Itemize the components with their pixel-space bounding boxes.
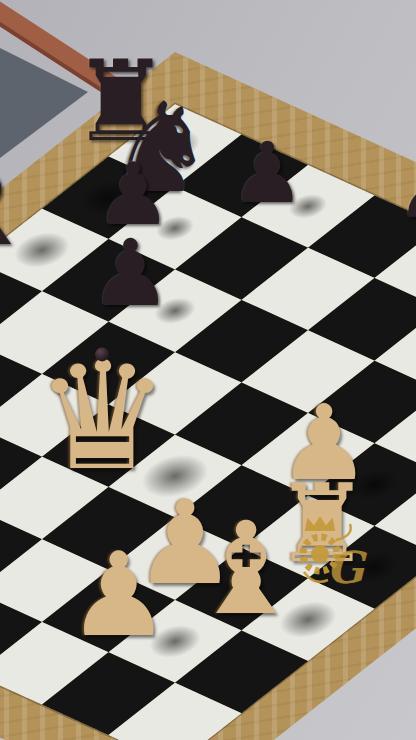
chess-photo-scene: ♜♞♝♟♟♟♟♟♛♟♜♟♟♝ ♟ G [0, 0, 416, 740]
piece-black-pawn-c6: ♟ [89, 228, 171, 320]
piece-white-pawn-g2: ♟ [67, 537, 171, 653]
lion-crown-logo: G [284, 516, 362, 600]
queen-dark-finial [95, 347, 109, 361]
white-pawn-glyph: ♟ [67, 537, 171, 653]
board-plane: ♜♞♝♟♟♟♟♟♛♟♜♟♟♝ [0, 52, 416, 740]
black-pawn-glyph: ♟ [89, 228, 171, 320]
monogram-letter: G [326, 542, 364, 593]
piece-white-queen-e4: ♛ [35, 341, 169, 491]
black-pawn-glyph: ♟ [230, 131, 305, 215]
piece-black-bishop-a6: ♝ [0, 138, 38, 262]
black-bishop-glyph: ♝ [0, 138, 38, 262]
white-queen-glyph: ♛ [35, 341, 169, 491]
piece-black-pawn-c8: ♟ [230, 131, 305, 215]
offboard-black-pawn: ♟ [396, 148, 416, 230]
